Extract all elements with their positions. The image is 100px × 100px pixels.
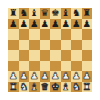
square-f5[interactable] <box>61 40 72 51</box>
white-pawn-piece[interactable]: ♟ <box>30 71 39 82</box>
square-d4[interactable] <box>40 50 51 61</box>
square-g8[interactable]: ♞ <box>71 8 82 19</box>
white-pawn-piece[interactable]: ♟ <box>19 71 28 82</box>
square-c7[interactable]: ♟ <box>29 19 40 30</box>
square-d6[interactable] <box>40 29 51 40</box>
square-h5[interactable] <box>82 40 93 51</box>
square-f1[interactable]: ♝ <box>61 82 72 93</box>
square-f6[interactable] <box>61 29 72 40</box>
square-g1[interactable]: ♞ <box>71 82 82 93</box>
square-b7[interactable]: ♟ <box>19 19 30 30</box>
white-king-piece[interactable]: ♚ <box>51 82 60 93</box>
white-pawn-piece[interactable]: ♟ <box>9 71 18 82</box>
square-h2[interactable]: ♟ <box>82 71 93 82</box>
square-g3[interactable] <box>71 61 82 72</box>
square-a4[interactable] <box>8 50 19 61</box>
white-bishop-piece[interactable]: ♝ <box>61 82 70 93</box>
square-e7[interactable]: ♟ <box>50 19 61 30</box>
square-a8[interactable]: ♜ <box>8 8 19 19</box>
black-pawn-piece[interactable]: ♟ <box>61 19 70 30</box>
square-c6[interactable] <box>29 29 40 40</box>
white-queen-piece[interactable]: ♛ <box>40 82 49 93</box>
square-g4[interactable] <box>71 50 82 61</box>
square-e5[interactable] <box>50 40 61 51</box>
square-g7[interactable]: ♟ <box>71 19 82 30</box>
square-d3[interactable] <box>40 61 51 72</box>
black-pawn-piece[interactable]: ♟ <box>9 19 18 30</box>
square-e4[interactable] <box>50 50 61 61</box>
black-pawn-piece[interactable]: ♟ <box>51 19 60 30</box>
square-d5[interactable] <box>40 40 51 51</box>
square-b5[interactable] <box>19 40 30 51</box>
square-c3[interactable] <box>29 61 40 72</box>
square-e8[interactable]: ♚ <box>50 8 61 19</box>
square-g6[interactable] <box>71 29 82 40</box>
square-f8[interactable]: ♝ <box>61 8 72 19</box>
square-f7[interactable]: ♟ <box>61 19 72 30</box>
black-pawn-piece[interactable]: ♟ <box>19 19 28 30</box>
white-pawn-piece[interactable]: ♟ <box>51 71 60 82</box>
square-d7[interactable]: ♟ <box>40 19 51 30</box>
square-a1[interactable]: ♜ <box>8 82 19 93</box>
white-knight-piece[interactable]: ♞ <box>19 82 28 93</box>
black-pawn-piece[interactable]: ♟ <box>30 19 39 30</box>
black-pawn-piece[interactable]: ♟ <box>82 19 91 30</box>
square-f2[interactable]: ♟ <box>61 71 72 82</box>
square-c2[interactable]: ♟ <box>29 71 40 82</box>
square-a5[interactable] <box>8 40 19 51</box>
white-pawn-piece[interactable]: ♟ <box>82 71 91 82</box>
square-g5[interactable] <box>71 40 82 51</box>
square-b6[interactable] <box>19 29 30 40</box>
square-f3[interactable] <box>61 61 72 72</box>
square-b8[interactable]: ♞ <box>19 8 30 19</box>
black-bishop-piece[interactable]: ♝ <box>61 8 70 19</box>
square-h3[interactable] <box>82 61 93 72</box>
square-c1[interactable]: ♝ <box>29 82 40 93</box>
black-knight-piece[interactable]: ♞ <box>72 8 81 19</box>
white-bishop-piece[interactable]: ♝ <box>30 82 39 93</box>
black-pawn-piece[interactable]: ♟ <box>72 19 81 30</box>
square-c8[interactable]: ♝ <box>29 8 40 19</box>
white-pawn-piece[interactable]: ♟ <box>61 71 70 82</box>
square-h1[interactable]: ♜ <box>82 82 93 93</box>
white-knight-piece[interactable]: ♞ <box>72 82 81 93</box>
square-d2[interactable]: ♟ <box>40 71 51 82</box>
black-rook-piece[interactable]: ♜ <box>9 8 18 19</box>
black-bishop-piece[interactable]: ♝ <box>30 8 39 19</box>
square-f4[interactable] <box>61 50 72 61</box>
black-knight-piece[interactable]: ♞ <box>19 8 28 19</box>
square-e6[interactable] <box>50 29 61 40</box>
square-a6[interactable] <box>8 29 19 40</box>
square-e2[interactable]: ♟ <box>50 71 61 82</box>
square-b4[interactable] <box>19 50 30 61</box>
black-pawn-piece[interactable]: ♟ <box>40 19 49 30</box>
square-c4[interactable] <box>29 50 40 61</box>
white-rook-piece[interactable]: ♜ <box>82 82 91 93</box>
square-d1[interactable]: ♛ <box>40 82 51 93</box>
square-b1[interactable]: ♞ <box>19 82 30 93</box>
square-e1[interactable]: ♚ <box>50 82 61 93</box>
chess-board: ♜♞♝♛♚♝♞♜♟♟♟♟♟♟♟♟♟♟♟♟♟♟♟♟♜♞♝♛♚♝♞♜ <box>8 8 92 92</box>
square-d8[interactable]: ♛ <box>40 8 51 19</box>
square-b3[interactable] <box>19 61 30 72</box>
square-h4[interactable] <box>82 50 93 61</box>
square-a7[interactable]: ♟ <box>8 19 19 30</box>
black-rook-piece[interactable]: ♜ <box>82 8 91 19</box>
square-g2[interactable]: ♟ <box>71 71 82 82</box>
white-pawn-piece[interactable]: ♟ <box>72 71 81 82</box>
white-rook-piece[interactable]: ♜ <box>9 82 18 93</box>
square-h8[interactable]: ♜ <box>82 8 93 19</box>
square-e3[interactable] <box>50 61 61 72</box>
square-b2[interactable]: ♟ <box>19 71 30 82</box>
black-king-piece[interactable]: ♚ <box>51 8 60 19</box>
square-h6[interactable] <box>82 29 93 40</box>
square-c5[interactable] <box>29 40 40 51</box>
square-a2[interactable]: ♟ <box>8 71 19 82</box>
white-pawn-piece[interactable]: ♟ <box>40 71 49 82</box>
black-queen-piece[interactable]: ♛ <box>40 8 49 19</box>
square-h7[interactable]: ♟ <box>82 19 93 30</box>
square-a3[interactable] <box>8 61 19 72</box>
